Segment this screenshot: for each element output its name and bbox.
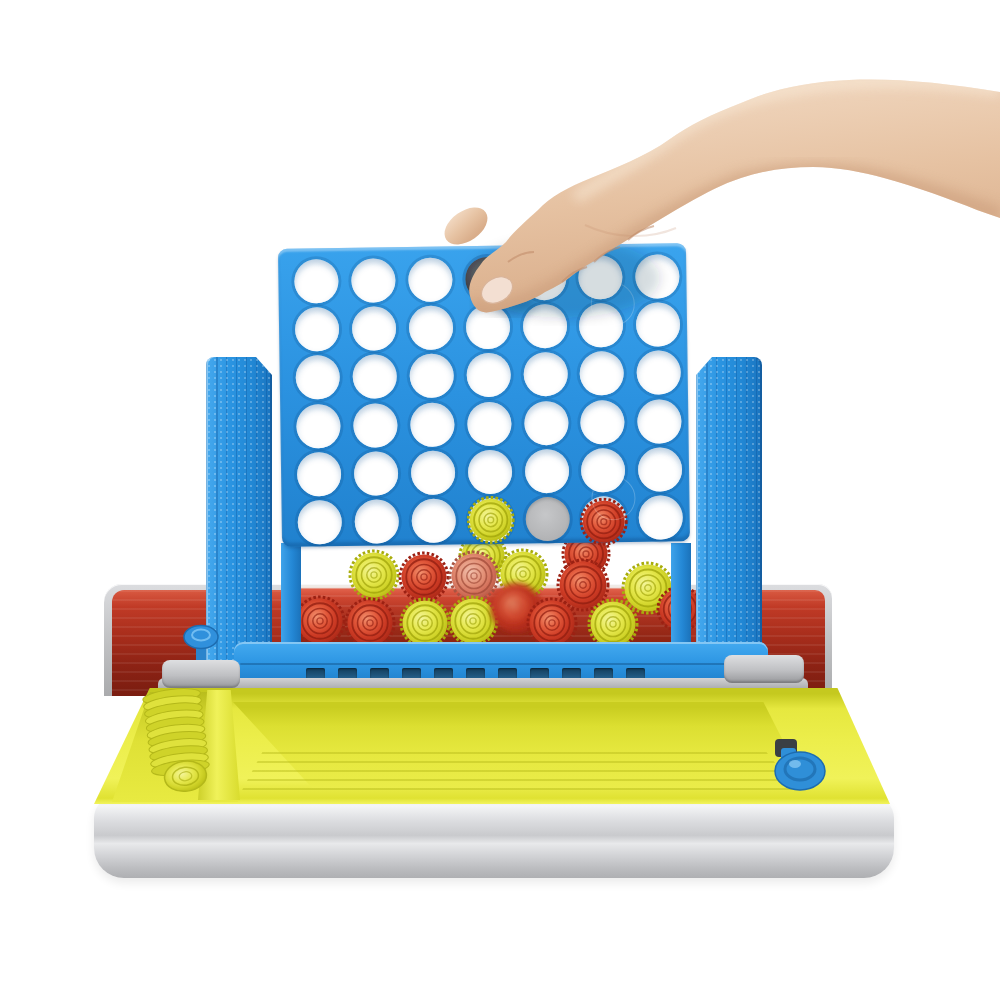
cell-e6 [515, 254, 572, 303]
cell-b2 [348, 449, 405, 498]
hole [353, 403, 398, 448]
cell-e4 [517, 350, 574, 399]
cell-b3 [347, 401, 404, 450]
cell-g4 [630, 349, 687, 398]
hole [352, 307, 397, 352]
cell-b5 [346, 304, 403, 353]
hole [468, 449, 513, 494]
rail-seam [240, 663, 762, 665]
cell-b6 [345, 256, 402, 305]
cell-a5 [289, 305, 346, 354]
hole [354, 451, 399, 496]
hole [468, 498, 513, 543]
hole [524, 400, 569, 445]
case-base [94, 796, 894, 878]
hole [466, 305, 511, 350]
hole [296, 355, 341, 400]
index-fingertip [438, 200, 495, 252]
hinge-knuckle-left [162, 660, 240, 688]
hole [523, 352, 568, 397]
hole [637, 399, 682, 444]
cell-g6 [629, 252, 686, 301]
hole [467, 401, 512, 446]
hole [408, 258, 453, 303]
frame-strut-right [671, 543, 691, 644]
hole [297, 404, 342, 449]
cell-b1 [348, 497, 405, 546]
hinge-knuckle-right [724, 655, 804, 683]
checker-face [468, 497, 514, 543]
cell-b4 [346, 353, 403, 402]
hole-shadowed [465, 257, 510, 302]
hole [639, 495, 684, 540]
cell-e1 [519, 495, 576, 544]
hole [353, 355, 398, 400]
cell-c5 [402, 304, 459, 353]
cell-c4 [403, 352, 460, 401]
hole [635, 254, 680, 299]
hole [355, 499, 400, 544]
gray-disc-in-hole [525, 497, 570, 542]
cell-d5 [459, 303, 516, 352]
cell-c3 [404, 400, 461, 449]
cell-a1 [291, 498, 348, 547]
hole [295, 307, 340, 352]
cell-e2 [518, 446, 575, 495]
hole [409, 306, 454, 351]
hole [297, 452, 342, 497]
cell-c6 [402, 255, 459, 304]
cell-e5 [516, 302, 573, 351]
connect4-board-panel [278, 243, 690, 547]
hole [522, 256, 567, 301]
hole [411, 450, 456, 495]
hole [637, 351, 682, 396]
cell-a4 [289, 353, 346, 402]
hole [636, 303, 681, 348]
cell-g5 [629, 300, 686, 349]
cell-a2 [291, 450, 348, 499]
red-tray-back-wall [298, 585, 674, 645]
connect4-travel-case-photo [0, 0, 1000, 1000]
cell-c2 [404, 448, 461, 497]
cell-d6 [458, 255, 515, 304]
hole [294, 259, 339, 304]
cell-d1 [462, 495, 519, 544]
cell-d2 [461, 447, 518, 496]
hole [580, 400, 625, 445]
cell-f4 [573, 349, 630, 398]
hole [411, 498, 456, 543]
cell-c1 [405, 496, 462, 545]
hole [298, 500, 343, 545]
cell-a3 [290, 401, 347, 450]
hole [638, 447, 683, 492]
hole [351, 258, 396, 303]
cell-d3 [460, 399, 517, 448]
cell-g2 [632, 445, 689, 494]
hole [410, 402, 455, 447]
cell-a6 [288, 257, 345, 306]
cell-g1 [632, 493, 689, 542]
hole [524, 449, 569, 494]
frame-strut-left [281, 543, 301, 644]
cell-f3 [574, 398, 631, 447]
hole [522, 304, 567, 349]
hole [466, 353, 511, 398]
yellow-checker [466, 496, 515, 545]
tray-floor-ridges [240, 752, 800, 794]
hole [580, 352, 625, 397]
cell-g3 [631, 397, 688, 446]
hole [409, 354, 454, 399]
cell-e3 [517, 398, 574, 447]
cell-d4 [460, 351, 517, 400]
